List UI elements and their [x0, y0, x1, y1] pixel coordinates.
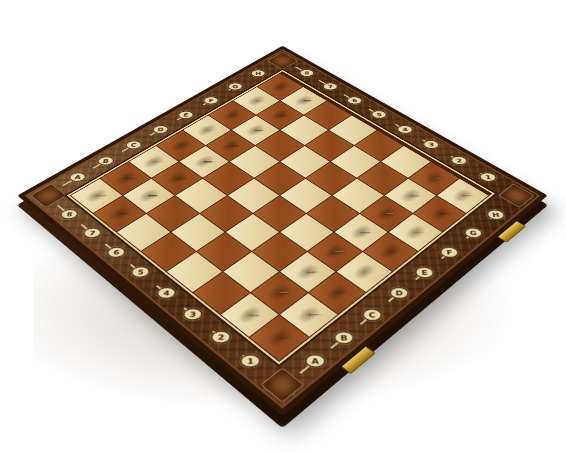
piece-shadow: [347, 222, 375, 242]
coord-label-e: E: [415, 267, 435, 278]
coord-label-b: B: [334, 331, 354, 343]
coord-label-h: H: [486, 210, 506, 220]
coord-label-4: 4: [156, 287, 176, 298]
square-b2[interactable]: ♟: [251, 272, 307, 314]
piece-shadow: [350, 261, 379, 283]
white-bishop[interactable]: ♝: [310, 275, 364, 295]
coord-label-g: G: [463, 228, 483, 238]
square-a1[interactable]: ♜: [250, 315, 309, 360]
coord-label-8: 8: [59, 210, 79, 220]
piece-shadow: [401, 222, 429, 242]
white-king[interactable]: ♚: [363, 231, 416, 254]
square-c5[interactable]: [200, 196, 252, 232]
white-knight[interactable]: ♞: [282, 297, 336, 317]
square-c3[interactable]: [252, 233, 306, 271]
square-b4[interactable]: [197, 233, 251, 271]
coord-label-c: C: [362, 309, 382, 321]
square-a5[interactable]: [142, 233, 196, 271]
black-rook[interactable]: ♜: [259, 77, 301, 88]
coord-label-1: 1: [239, 355, 259, 368]
piece-shadow: [293, 261, 323, 283]
white-pawn[interactable]: ♟: [336, 221, 387, 234]
coord-label-2: 2: [450, 156, 468, 165]
coord-label-5: 5: [371, 111, 387, 119]
square-e1[interactable]: ♚: [363, 233, 417, 271]
piece-shadow: [372, 204, 400, 223]
piece-shadow: [426, 204, 453, 223]
piece-shadow: [264, 281, 294, 304]
coord-label-b: B: [97, 156, 115, 165]
square-d1[interactable]: ♛: [337, 252, 392, 292]
piece-shadow: [234, 303, 265, 327]
piece-shadow: [105, 204, 134, 223]
piece-shadow: [376, 241, 405, 262]
white-queen[interactable]: ♛: [337, 252, 390, 274]
white-pawn[interactable]: ♟: [282, 260, 334, 274]
coord-label-a: A: [305, 355, 325, 368]
square-a8[interactable]: ♜: [71, 179, 122, 213]
square-c1[interactable]: ♝: [309, 272, 365, 314]
white-bishop[interactable]: ♝: [389, 216, 441, 234]
carved-corner-ornament: [260, 367, 304, 403]
coord-label-7: 7: [322, 83, 337, 90]
square-c4[interactable]: [226, 214, 279, 251]
white-pawn[interactable]: ♟: [361, 203, 411, 216]
coord-label-3: 3: [183, 309, 203, 321]
white-rook[interactable]: ♜: [251, 321, 306, 340]
black-queen[interactable]: ♛: [158, 130, 205, 147]
white-pawn[interactable]: ♟: [253, 280, 306, 295]
black-rook[interactable]: ♜: [72, 183, 123, 197]
white-pawn[interactable]: ♟: [223, 302, 277, 317]
coord-label-h: H: [251, 70, 266, 77]
coord-label-5: 5: [130, 267, 150, 278]
piece-shadow: [263, 325, 295, 350]
coord-label-f: F: [439, 247, 459, 258]
square-c2[interactable]: ♟: [280, 252, 335, 292]
carved-corner-ornament: [30, 183, 67, 208]
square-a3[interactable]: [193, 272, 249, 314]
square-b1[interactable]: ♞: [280, 293, 337, 337]
piece-shadow: [293, 303, 324, 327]
square-a6[interactable]: [117, 214, 170, 251]
square-b3[interactable]: [224, 252, 279, 292]
square-h1[interactable]: ♜: [437, 179, 488, 213]
black-knight[interactable]: ♞: [102, 165, 151, 180]
coord-label-d: D: [389, 287, 409, 298]
coord-label-6: 6: [346, 97, 362, 105]
black-pawn[interactable]: ♟: [95, 203, 146, 216]
black-knight[interactable]: ♞: [235, 89, 278, 102]
coord-label-4: 4: [396, 125, 413, 133]
square-a2[interactable]: ♟: [221, 293, 278, 337]
coord-label-7: 7: [82, 228, 102, 238]
coord-label-1: 1: [478, 173, 497, 182]
square-d3[interactable]: [280, 214, 333, 251]
coord-label-a: A: [68, 173, 87, 182]
black-bishop[interactable]: ♝: [130, 148, 178, 163]
square-d4[interactable]: [254, 196, 306, 232]
coord-label-6: 6: [106, 247, 126, 258]
piece-shadow: [320, 241, 349, 262]
square-f1[interactable]: ♝: [389, 214, 442, 251]
chess-set-photo: ABCDEFGH ABCDEFGH 87654321 87654321 ♜♞♝♛…: [0, 0, 566, 452]
black-pawn[interactable]: ♟: [125, 185, 175, 197]
square-b6[interactable]: [147, 196, 199, 232]
coord-label-8: 8: [299, 70, 314, 77]
white-rook[interactable]: ♜: [437, 183, 487, 197]
square-e2[interactable]: ♟: [335, 214, 388, 251]
white-knight[interactable]: ♞: [413, 199, 464, 215]
square-b5[interactable]: [172, 214, 225, 251]
coord-label-2: 2: [210, 331, 230, 343]
coord-label-3: 3: [423, 141, 440, 149]
square-e3[interactable]: [307, 196, 359, 232]
white-pawn[interactable]: ♟: [385, 185, 434, 197]
square-a7[interactable]: ♟: [94, 196, 146, 232]
square-d2[interactable]: ♟: [308, 233, 362, 271]
white-pawn[interactable]: ♟: [309, 240, 360, 254]
square-a4[interactable]: [167, 252, 222, 292]
piece-shadow: [322, 281, 352, 304]
